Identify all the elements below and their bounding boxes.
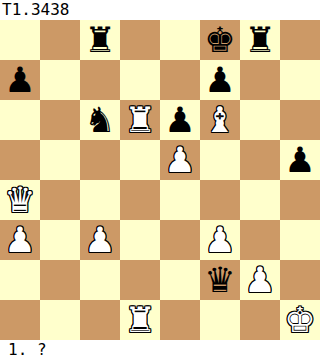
- square-e7[interactable]: [160, 60, 200, 100]
- square-g8[interactable]: ♜: [240, 20, 280, 60]
- move-prompt: 1. ?: [0, 340, 320, 360]
- square-f8[interactable]: ♚: [200, 20, 240, 60]
- square-e3[interactable]: [160, 220, 200, 260]
- diagram-title: T1.3438: [0, 0, 320, 20]
- square-f2[interactable]: ♛: [200, 260, 240, 300]
- black-queen[interactable]: ♛: [204, 260, 235, 300]
- square-e1[interactable]: [160, 300, 200, 340]
- square-b4[interactable]: [40, 180, 80, 220]
- square-g2[interactable]: ♟: [240, 260, 280, 300]
- square-g3[interactable]: [240, 220, 280, 260]
- black-pawn[interactable]: ♟: [4, 60, 35, 100]
- square-c6[interactable]: ♞: [80, 100, 120, 140]
- square-b3[interactable]: [40, 220, 80, 260]
- white-pawn[interactable]: ♟: [4, 220, 35, 260]
- square-d2[interactable]: [120, 260, 160, 300]
- square-g7[interactable]: [240, 60, 280, 100]
- square-b8[interactable]: [40, 20, 80, 60]
- square-g4[interactable]: [240, 180, 280, 220]
- square-d5[interactable]: [120, 140, 160, 180]
- square-d1[interactable]: ♜: [120, 300, 160, 340]
- black-king[interactable]: ♚: [204, 20, 235, 60]
- square-h5[interactable]: ♟: [280, 140, 320, 180]
- white-king[interactable]: ♚: [284, 300, 315, 340]
- square-d8[interactable]: [120, 20, 160, 60]
- white-queen[interactable]: ♛: [4, 180, 35, 220]
- square-a1[interactable]: [0, 300, 40, 340]
- square-a8[interactable]: [0, 20, 40, 60]
- square-f3[interactable]: ♟: [200, 220, 240, 260]
- square-h6[interactable]: [280, 100, 320, 140]
- square-c1[interactable]: [80, 300, 120, 340]
- square-c5[interactable]: [80, 140, 120, 180]
- black-rook[interactable]: ♜: [244, 20, 275, 60]
- square-g1[interactable]: [240, 300, 280, 340]
- black-knight[interactable]: ♞: [84, 100, 115, 140]
- square-a4[interactable]: ♛: [0, 180, 40, 220]
- black-pawn[interactable]: ♟: [284, 140, 315, 180]
- square-c8[interactable]: ♜: [80, 20, 120, 60]
- square-b5[interactable]: [40, 140, 80, 180]
- square-e2[interactable]: [160, 260, 200, 300]
- square-f4[interactable]: [200, 180, 240, 220]
- square-a7[interactable]: ♟: [0, 60, 40, 100]
- square-a2[interactable]: [0, 260, 40, 300]
- square-e4[interactable]: [160, 180, 200, 220]
- square-h4[interactable]: [280, 180, 320, 220]
- square-b6[interactable]: [40, 100, 80, 140]
- white-rook[interactable]: ♜: [124, 100, 155, 140]
- white-bishop[interactable]: ♝: [204, 100, 235, 140]
- square-a5[interactable]: [0, 140, 40, 180]
- square-c7[interactable]: [80, 60, 120, 100]
- white-pawn[interactable]: ♟: [84, 220, 115, 260]
- white-pawn[interactable]: ♟: [164, 140, 195, 180]
- square-h8[interactable]: [280, 20, 320, 60]
- square-f6[interactable]: ♝: [200, 100, 240, 140]
- white-pawn[interactable]: ♟: [244, 260, 275, 300]
- white-pawn[interactable]: ♟: [204, 220, 235, 260]
- black-pawn[interactable]: ♟: [164, 100, 195, 140]
- square-f1[interactable]: [200, 300, 240, 340]
- square-e8[interactable]: [160, 20, 200, 60]
- square-d6[interactable]: ♜: [120, 100, 160, 140]
- square-c4[interactable]: [80, 180, 120, 220]
- square-b7[interactable]: [40, 60, 80, 100]
- square-e5[interactable]: ♟: [160, 140, 200, 180]
- chess-board: ♜♚♜♟♟♞♜♟♝♟♟♛♟♟♟♛♟♜♚: [0, 20, 320, 340]
- square-e6[interactable]: ♟: [160, 100, 200, 140]
- black-pawn[interactable]: ♟: [204, 60, 235, 100]
- square-g6[interactable]: [240, 100, 280, 140]
- square-c3[interactable]: ♟: [80, 220, 120, 260]
- square-c2[interactable]: [80, 260, 120, 300]
- square-h1[interactable]: ♚: [280, 300, 320, 340]
- square-h7[interactable]: [280, 60, 320, 100]
- black-rook[interactable]: ♜: [84, 20, 115, 60]
- square-h2[interactable]: [280, 260, 320, 300]
- square-d3[interactable]: [120, 220, 160, 260]
- square-d7[interactable]: [120, 60, 160, 100]
- white-rook[interactable]: ♜: [124, 300, 155, 340]
- square-a6[interactable]: [0, 100, 40, 140]
- square-f7[interactable]: ♟: [200, 60, 240, 100]
- square-b1[interactable]: [40, 300, 80, 340]
- square-d4[interactable]: [120, 180, 160, 220]
- square-b2[interactable]: [40, 260, 80, 300]
- square-g5[interactable]: [240, 140, 280, 180]
- square-f5[interactable]: [200, 140, 240, 180]
- square-a3[interactable]: ♟: [0, 220, 40, 260]
- square-h3[interactable]: [280, 220, 320, 260]
